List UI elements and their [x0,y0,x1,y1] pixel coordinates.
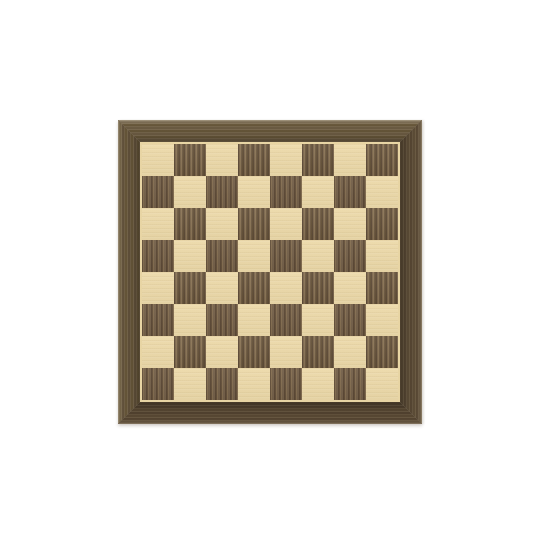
chess-board [118,120,422,424]
square-h4[interactable] [366,272,398,304]
square-g2[interactable] [334,336,366,368]
square-d8[interactable] [238,144,270,176]
square-a4[interactable] [142,272,174,304]
square-h2[interactable] [366,336,398,368]
square-a2[interactable] [142,336,174,368]
square-c2[interactable] [206,336,238,368]
square-d4[interactable] [238,272,270,304]
square-g8[interactable] [334,144,366,176]
square-h3[interactable] [366,304,398,336]
square-c1[interactable] [206,368,238,400]
square-f1[interactable] [302,368,334,400]
square-g4[interactable] [334,272,366,304]
square-a6[interactable] [142,208,174,240]
square-h8[interactable] [366,144,398,176]
square-a8[interactable] [142,144,174,176]
square-d1[interactable] [238,368,270,400]
square-e1[interactable] [270,368,302,400]
square-g1[interactable] [334,368,366,400]
square-b8[interactable] [174,144,206,176]
square-c3[interactable] [206,304,238,336]
board-frame-right [400,120,422,424]
square-c8[interactable] [206,144,238,176]
square-b5[interactable] [174,240,206,272]
square-a3[interactable] [142,304,174,336]
square-b2[interactable] [174,336,206,368]
board-frame-bottom [118,402,422,424]
square-g6[interactable] [334,208,366,240]
square-g3[interactable] [334,304,366,336]
board-grid [142,144,398,400]
square-e6[interactable] [270,208,302,240]
square-b6[interactable] [174,208,206,240]
square-f2[interactable] [302,336,334,368]
page-background [0,0,540,540]
square-h6[interactable] [366,208,398,240]
board-inlay-line [140,142,400,402]
square-h5[interactable] [366,240,398,272]
square-a1[interactable] [142,368,174,400]
square-f5[interactable] [302,240,334,272]
square-a7[interactable] [142,176,174,208]
square-e3[interactable] [270,304,302,336]
square-h7[interactable] [366,176,398,208]
square-e7[interactable] [270,176,302,208]
square-c5[interactable] [206,240,238,272]
square-c4[interactable] [206,272,238,304]
square-f6[interactable] [302,208,334,240]
square-e8[interactable] [270,144,302,176]
square-b7[interactable] [174,176,206,208]
square-f3[interactable] [302,304,334,336]
square-d2[interactable] [238,336,270,368]
square-c6[interactable] [206,208,238,240]
square-g5[interactable] [334,240,366,272]
square-f4[interactable] [302,272,334,304]
board-frame-top [118,120,422,142]
square-d3[interactable] [238,304,270,336]
square-c7[interactable] [206,176,238,208]
square-a5[interactable] [142,240,174,272]
square-h1[interactable] [366,368,398,400]
square-b1[interactable] [174,368,206,400]
square-b3[interactable] [174,304,206,336]
square-d7[interactable] [238,176,270,208]
square-e2[interactable] [270,336,302,368]
square-e4[interactable] [270,272,302,304]
square-g7[interactable] [334,176,366,208]
square-f7[interactable] [302,176,334,208]
square-e5[interactable] [270,240,302,272]
square-d5[interactable] [238,240,270,272]
square-b4[interactable] [174,272,206,304]
square-f8[interactable] [302,144,334,176]
square-d6[interactable] [238,208,270,240]
board-frame-left [118,120,140,424]
